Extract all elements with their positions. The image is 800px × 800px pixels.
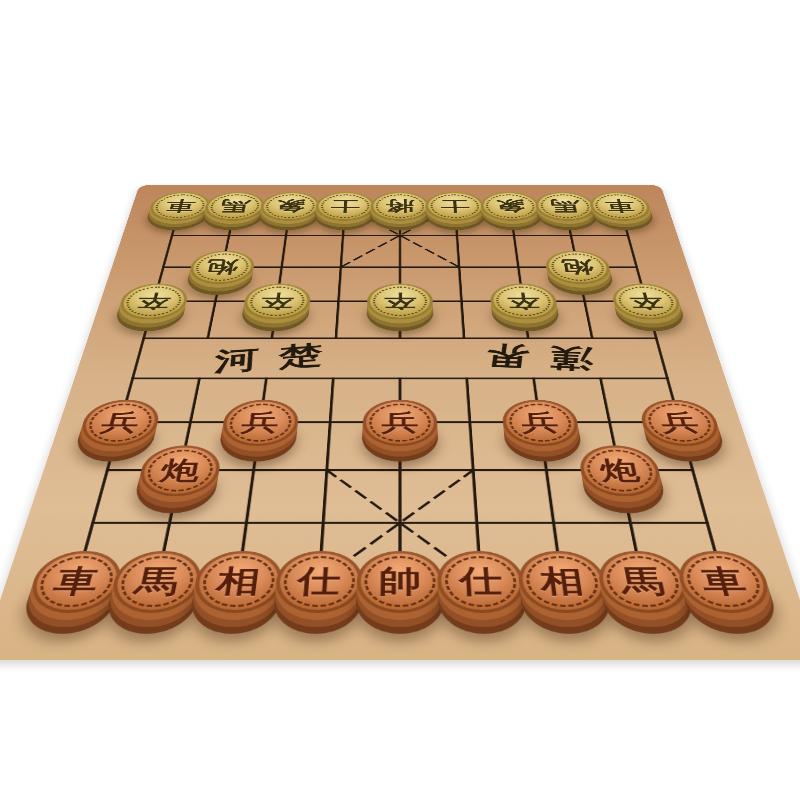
piece-gold-卒[interactable]: 卒 xyxy=(367,284,434,320)
piece-gold-炮[interactable]: 炮 xyxy=(543,251,613,284)
piece-copper-馬[interactable]: 馬 xyxy=(107,551,206,613)
piece-character: 兵 xyxy=(381,411,419,434)
piece-copper-兵[interactable]: 兵 xyxy=(500,400,581,446)
piece-character: 兵 xyxy=(520,411,560,434)
xiangqi-scene: 楚 河 漢 界 車馬象士將士象馬車炮炮卒卒卒卒卒兵兵兵兵兵炮炮車馬相仕帥仕相馬車 xyxy=(0,0,800,800)
piece-gold-象[interactable]: 象 xyxy=(258,192,321,221)
piece-character: 馬 xyxy=(219,199,251,213)
piece-gold-車[interactable]: 車 xyxy=(146,192,213,221)
piece-copper-仕[interactable]: 仕 xyxy=(273,551,364,613)
piece-character: 車 xyxy=(163,199,196,213)
piece-copper-相[interactable]: 相 xyxy=(190,551,285,613)
piece-character: 士 xyxy=(440,199,470,213)
piece-copper-炮[interactable]: 炮 xyxy=(135,445,224,496)
page-background: 楚 河 漢 界 車馬象士將士象馬車炮炮卒卒卒卒卒兵兵兵兵兵炮炮車馬相仕帥仕相馬車 xyxy=(0,0,800,800)
piece-gold-卒[interactable]: 卒 xyxy=(115,284,191,320)
piece-copper-仕[interactable]: 仕 xyxy=(437,551,528,613)
piece-character: 卒 xyxy=(627,292,665,310)
piece-character: 相 xyxy=(538,566,585,597)
piece-gold-馬[interactable]: 馬 xyxy=(533,192,598,221)
piece-gold-馬[interactable]: 馬 xyxy=(202,192,267,221)
piece-character: 馬 xyxy=(132,566,182,597)
piece-character: 馬 xyxy=(618,566,668,597)
piece-copper-兵[interactable]: 兵 xyxy=(362,400,438,446)
piece-character: 相 xyxy=(214,566,261,597)
piece-character: 兵 xyxy=(99,411,143,434)
piece-copper-炮[interactable]: 炮 xyxy=(576,445,665,496)
piece-gold-士[interactable]: 士 xyxy=(314,192,375,221)
piece-character: 車 xyxy=(603,199,636,213)
piece-character: 象 xyxy=(274,199,305,213)
piece-copper-車[interactable]: 車 xyxy=(24,551,127,613)
pieces-layer: 車馬象士將士象馬車炮炮卒卒卒卒卒兵兵兵兵兵炮炮車馬相仕帥仕相馬車 xyxy=(0,185,800,660)
piece-character: 仕 xyxy=(296,566,341,597)
piece-character: 兵 xyxy=(658,411,702,434)
piece-copper-車[interactable]: 車 xyxy=(673,551,776,613)
piece-character: 將 xyxy=(385,199,415,213)
piece-character: 卒 xyxy=(506,292,541,310)
piece-character: 兵 xyxy=(240,411,280,434)
piece-character: 車 xyxy=(698,566,750,597)
piece-character: 士 xyxy=(330,199,360,213)
piece-character: 車 xyxy=(51,566,103,597)
piece-gold-卒[interactable]: 卒 xyxy=(241,284,312,320)
piece-character: 馬 xyxy=(549,199,581,213)
piece-character: 仕 xyxy=(458,566,503,597)
piece-gold-象[interactable]: 象 xyxy=(479,192,542,221)
piece-gold-卒[interactable]: 卒 xyxy=(488,284,559,320)
piece-copper-兵[interactable]: 兵 xyxy=(76,400,163,446)
piece-copper-兵[interactable]: 兵 xyxy=(219,400,300,446)
piece-character: 炮 xyxy=(158,458,202,483)
board-mat[interactable]: 楚 河 漢 界 車馬象士將士象馬車炮炮卒卒卒卒卒兵兵兵兵兵炮炮車馬相仕帥仕相馬車 xyxy=(0,185,800,660)
piece-copper-相[interactable]: 相 xyxy=(515,551,610,613)
piece-copper-帥[interactable]: 帥 xyxy=(356,551,445,613)
piece-character: 象 xyxy=(494,199,525,213)
piece-gold-將[interactable]: 將 xyxy=(370,192,430,221)
piece-character: 卒 xyxy=(135,292,173,310)
piece-character: 炮 xyxy=(205,259,240,276)
piece-gold-士[interactable]: 士 xyxy=(425,192,486,221)
piece-copper-兵[interactable]: 兵 xyxy=(637,400,724,446)
piece-character: 炮 xyxy=(598,458,642,483)
piece-character: 卒 xyxy=(259,292,294,310)
piece-gold-車[interactable]: 車 xyxy=(587,192,654,221)
piece-copper-馬[interactable]: 馬 xyxy=(594,551,693,613)
piece-gold-炮[interactable]: 炮 xyxy=(187,251,257,284)
piece-character: 炮 xyxy=(560,259,595,276)
piece-character: 卒 xyxy=(383,292,416,310)
piece-gold-卒[interactable]: 卒 xyxy=(609,284,685,320)
piece-character: 帥 xyxy=(378,566,422,597)
